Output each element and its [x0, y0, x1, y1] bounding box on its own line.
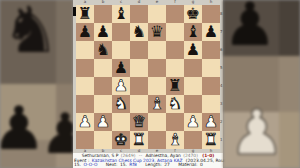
square-b8	[94, 5, 112, 23]
square-f3: ♞	[166, 95, 184, 113]
black-pawn-icon: ♟	[94, 23, 112, 41]
square-b3	[94, 95, 112, 113]
square-c7	[112, 23, 130, 41]
length-value: 27	[164, 162, 170, 167]
black-bishop-icon: ♝	[184, 23, 202, 41]
square-e7: ♛	[148, 23, 166, 41]
square-e6	[148, 41, 166, 59]
square-c6	[112, 41, 130, 59]
square-h7: ♟	[202, 23, 220, 41]
square-c2	[112, 113, 130, 131]
square-c1: ♚	[112, 131, 130, 149]
background-white-pawn-icon: ♟	[229, 102, 285, 164]
square-g8: ♚	[184, 5, 202, 23]
black-bishop-icon: ♝	[112, 5, 130, 23]
square-h3	[202, 95, 220, 113]
white-bishop-icon: ♝	[148, 95, 166, 113]
square-f1: ♝	[166, 131, 184, 149]
square-g1	[184, 131, 202, 149]
length-label: Length:	[145, 162, 162, 167]
square-h1: ♜	[202, 131, 220, 149]
black-rook-icon: ♜	[166, 77, 184, 95]
black-queen-icon: ♛	[148, 23, 166, 41]
white-pawn-icon: ♟	[112, 77, 130, 95]
black-pawn-icon: ♟	[184, 41, 202, 59]
square-f5	[166, 59, 184, 77]
diagram-panel: abcdefgh ♜♝♚♟♟♞♛♝♟♞♟♟♟♜♞♝♞♟♟♛♟♟♚♜♝♜ 8765…	[73, 0, 223, 168]
last-move-number: 15.	[74, 162, 81, 167]
square-g6: ♟	[184, 41, 202, 59]
white-rook-icon: ♜	[130, 131, 148, 149]
black-pawn-icon: ♟	[76, 23, 94, 41]
square-g5	[184, 59, 202, 77]
square-b6: ♞	[94, 41, 112, 59]
square-e4	[148, 77, 166, 95]
background-pawn-icon: ♟	[223, 0, 277, 54]
black-pawn-icon: ♟	[112, 59, 130, 77]
white-bishop-icon: ♝	[166, 131, 184, 149]
last-move: O-O-O	[83, 162, 97, 167]
square-d2: ♛	[130, 113, 148, 131]
white-king-icon: ♚	[112, 131, 130, 149]
video-frame: ♞ ♟ ♟ abcdefgh ♜♝♚♟♟♞♛♝♟♞♟♟♟♜♞♝♞♟♟♛♟♟♚♜♝…	[0, 0, 300, 168]
square-d4	[130, 77, 148, 95]
square-h6	[202, 41, 220, 59]
square-a6	[76, 41, 94, 59]
next-label: Next:	[106, 162, 118, 167]
square-d3	[130, 95, 148, 113]
square-e2	[148, 113, 166, 131]
square-b2: ♟	[94, 113, 112, 131]
material-label: Material:	[178, 162, 197, 167]
square-e8	[148, 5, 166, 23]
square-f8	[166, 5, 184, 23]
background-pawn-icon: ♟	[0, 98, 46, 158]
background-right: ♟ ♟	[223, 0, 300, 168]
white-knight-icon: ♞	[112, 95, 130, 113]
square-g4	[184, 77, 202, 95]
square-a1	[76, 131, 94, 149]
white-pawn-icon: ♟	[76, 113, 94, 131]
material-value: 0	[200, 162, 203, 167]
background-pawn-icon: ♟	[40, 106, 73, 162]
square-c3: ♞	[112, 95, 130, 113]
game-caption: Sethuraman, S P (2649) -- Adhiestha, Aya…	[73, 153, 223, 168]
square-a5	[76, 59, 94, 77]
square-a3	[76, 95, 94, 113]
square-h4	[202, 77, 220, 95]
square-b5	[94, 59, 112, 77]
square-d1: ♜	[130, 131, 148, 149]
square-c5: ♟	[112, 59, 130, 77]
background-square	[279, 0, 300, 56]
square-a2: ♟	[76, 113, 94, 131]
square-b4	[94, 77, 112, 95]
square-a7: ♟	[76, 23, 94, 41]
black-knight-icon: ♞	[130, 23, 148, 41]
square-b1	[94, 131, 112, 149]
board-area: ♜♝♚♟♟♞♛♝♟♞♟♟♟♜♞♝♞♟♟♛♟♟♚♜♝♜ 87654321	[73, 5, 223, 149]
white-knight-icon: ♞	[166, 95, 184, 113]
square-d6	[130, 41, 148, 59]
white-rook-icon: ♜	[202, 131, 220, 149]
square-a8: ♜	[76, 5, 94, 23]
square-d5	[130, 59, 148, 77]
square-d8	[130, 5, 148, 23]
square-h2: ♟	[202, 113, 220, 131]
square-f2	[166, 113, 184, 131]
square-d7: ♞	[130, 23, 148, 41]
black-king-icon: ♚	[184, 5, 202, 23]
black-rook-icon: ♜	[76, 5, 94, 23]
square-e3: ♝	[148, 95, 166, 113]
background-knight-icon: ♞	[2, 0, 59, 62]
square-c4: ♟	[112, 77, 130, 95]
square-f7	[166, 23, 184, 41]
square-g3	[184, 95, 202, 113]
square-a4	[76, 77, 94, 95]
square-g2: ♟	[184, 113, 202, 131]
next-move-number: 15.	[120, 162, 127, 167]
square-f4: ♜	[166, 77, 184, 95]
white-pawn-icon: ♟	[202, 113, 220, 131]
white-pawn-icon: ♟	[94, 113, 112, 131]
square-h8	[202, 5, 220, 23]
square-g7: ♝	[184, 23, 202, 41]
square-c8: ♝	[112, 5, 130, 23]
chess-board: ♜♝♚♟♟♞♛♝♟♞♟♟♟♜♞♝♞♟♟♛♟♟♚♜♝♜	[76, 5, 220, 149]
moves-line: 15. O-O-O Next: 15. Rf8 Length: 27 Mater…	[74, 163, 222, 168]
square-b7: ♟	[94, 23, 112, 41]
square-f6	[166, 41, 184, 59]
square-h5	[202, 59, 220, 77]
square-e1	[148, 131, 166, 149]
background-left: ♞ ♟ ♟	[0, 0, 73, 168]
next-move: Rf8	[129, 162, 136, 167]
square-e5	[148, 59, 166, 77]
white-queen-icon: ♛	[130, 113, 148, 131]
black-knight-icon: ♞	[94, 41, 112, 59]
black-pawn-icon: ♟	[202, 23, 220, 41]
white-pawn-icon: ♟	[184, 113, 202, 131]
